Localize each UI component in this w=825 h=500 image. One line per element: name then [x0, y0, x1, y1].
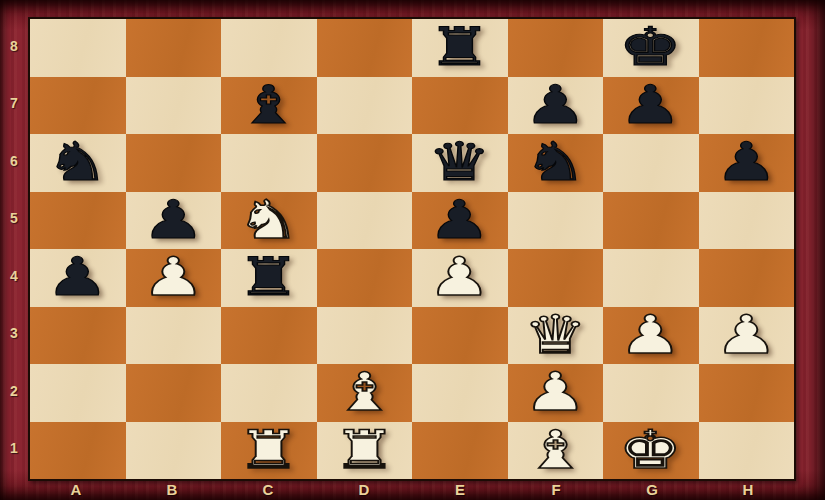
- square-c1[interactable]: ♜: [221, 422, 317, 480]
- white-pawn-piece[interactable]: ♟: [141, 248, 205, 308]
- square-e4[interactable]: ♟: [412, 249, 508, 307]
- square-h3[interactable]: ♟: [699, 307, 795, 365]
- square-b6[interactable]: [126, 134, 222, 192]
- square-h5[interactable]: [699, 192, 795, 250]
- square-f3[interactable]: ♛: [508, 307, 604, 365]
- rank-label-8: 8: [0, 17, 28, 75]
- square-h7[interactable]: [699, 77, 795, 135]
- white-pawn-piece[interactable]: ♟: [619, 305, 683, 365]
- black-pawn-piece[interactable]: ♟: [141, 190, 205, 250]
- square-b2[interactable]: [126, 364, 222, 422]
- square-h1[interactable]: [699, 422, 795, 480]
- white-pawn-piece[interactable]: ♟: [428, 248, 492, 308]
- square-a8[interactable]: [30, 19, 126, 77]
- white-pawn-piece[interactable]: ♟: [523, 363, 587, 423]
- black-pawn-piece[interactable]: ♟: [428, 190, 492, 250]
- white-rook-piece[interactable]: ♜: [332, 420, 396, 480]
- square-c8[interactable]: [221, 19, 317, 77]
- file-label-g: G: [604, 479, 700, 500]
- black-pawn-piece[interactable]: ♟: [714, 133, 778, 193]
- square-e7[interactable]: [412, 77, 508, 135]
- square-h8[interactable]: [699, 19, 795, 77]
- rank-label-7: 7: [0, 75, 28, 133]
- white-bishop-piece[interactable]: ♝: [523, 420, 587, 480]
- square-d6[interactable]: [317, 134, 413, 192]
- square-e3[interactable]: [412, 307, 508, 365]
- square-g6[interactable]: [603, 134, 699, 192]
- file-label-c: C: [220, 479, 316, 500]
- square-c6[interactable]: [221, 134, 317, 192]
- rank-label-4: 4: [0, 247, 28, 305]
- square-e2[interactable]: [412, 364, 508, 422]
- rank-label-2: 2: [0, 362, 28, 420]
- square-f6[interactable]: ♞: [508, 134, 604, 192]
- white-pawn-piece[interactable]: ♟: [714, 305, 778, 365]
- square-c3[interactable]: [221, 307, 317, 365]
- square-h2[interactable]: [699, 364, 795, 422]
- square-b5[interactable]: ♟: [126, 192, 222, 250]
- square-c5[interactable]: ♞: [221, 192, 317, 250]
- square-b4[interactable]: ♟: [126, 249, 222, 307]
- square-d2[interactable]: ♝: [317, 364, 413, 422]
- white-queen-piece[interactable]: ♛: [523, 305, 587, 365]
- black-pawn-piece[interactable]: ♟: [523, 75, 587, 135]
- square-f5[interactable]: [508, 192, 604, 250]
- black-rook-piece[interactable]: ♜: [428, 18, 492, 78]
- black-queen-piece[interactable]: ♛: [428, 133, 492, 193]
- square-d3[interactable]: [317, 307, 413, 365]
- white-knight-piece[interactable]: ♞: [237, 190, 301, 250]
- square-b8[interactable]: [126, 19, 222, 77]
- square-d8[interactable]: [317, 19, 413, 77]
- rank-label-1: 1: [0, 420, 28, 478]
- black-king-piece[interactable]: ♚: [619, 18, 683, 78]
- square-a7[interactable]: [30, 77, 126, 135]
- square-b3[interactable]: [126, 307, 222, 365]
- square-a4[interactable]: ♟: [30, 249, 126, 307]
- square-a6[interactable]: ♞: [30, 134, 126, 192]
- square-f2[interactable]: ♟: [508, 364, 604, 422]
- black-bishop-piece[interactable]: ♝: [237, 75, 301, 135]
- square-d1[interactable]: ♜: [317, 422, 413, 480]
- black-rook-piece[interactable]: ♜: [237, 248, 301, 308]
- square-f4[interactable]: [508, 249, 604, 307]
- square-g1[interactable]: ♚: [603, 422, 699, 480]
- square-f7[interactable]: ♟: [508, 77, 604, 135]
- file-label-b: B: [124, 479, 220, 500]
- square-a1[interactable]: [30, 422, 126, 480]
- square-c7[interactable]: ♝: [221, 77, 317, 135]
- file-label-f: F: [508, 479, 604, 500]
- square-e5[interactable]: ♟: [412, 192, 508, 250]
- square-f8[interactable]: [508, 19, 604, 77]
- chessboard-frame: 87654321 ♜♚♝♟♟♞♛♞♟♟♞♟♟♟♜♟♛♟♟♝♟♜♜♝♚ ABCDE…: [0, 0, 825, 500]
- file-label-a: A: [28, 479, 124, 500]
- square-e8[interactable]: ♜: [412, 19, 508, 77]
- square-c2[interactable]: [221, 364, 317, 422]
- square-g2[interactable]: [603, 364, 699, 422]
- square-b7[interactable]: [126, 77, 222, 135]
- black-knight-piece[interactable]: ♞: [46, 133, 110, 193]
- black-pawn-piece[interactable]: ♟: [619, 75, 683, 135]
- file-labels: ABCDEFGH: [28, 479, 796, 500]
- square-e6[interactable]: ♛: [412, 134, 508, 192]
- rank-label-3: 3: [0, 305, 28, 363]
- square-a5[interactable]: [30, 192, 126, 250]
- black-knight-piece[interactable]: ♞: [523, 133, 587, 193]
- square-d7[interactable]: [317, 77, 413, 135]
- file-label-e: E: [412, 479, 508, 500]
- white-rook-piece[interactable]: ♜: [237, 420, 301, 480]
- square-b1[interactable]: [126, 422, 222, 480]
- square-a3[interactable]: [30, 307, 126, 365]
- square-h6[interactable]: ♟: [699, 134, 795, 192]
- square-g3[interactable]: ♟: [603, 307, 699, 365]
- file-label-d: D: [316, 479, 412, 500]
- square-g5[interactable]: [603, 192, 699, 250]
- square-d5[interactable]: [317, 192, 413, 250]
- rank-labels: 87654321: [0, 17, 28, 477]
- white-bishop-piece[interactable]: ♝: [332, 363, 396, 423]
- square-e1[interactable]: [412, 422, 508, 480]
- black-pawn-piece[interactable]: ♟: [46, 248, 110, 308]
- square-d4[interactable]: [317, 249, 413, 307]
- square-g4[interactable]: [603, 249, 699, 307]
- square-g8[interactable]: ♚: [603, 19, 699, 77]
- rank-label-5: 5: [0, 190, 28, 248]
- square-h4[interactable]: [699, 249, 795, 307]
- square-c4[interactable]: ♜: [221, 249, 317, 307]
- square-g7[interactable]: ♟: [603, 77, 699, 135]
- rank-label-6: 6: [0, 132, 28, 190]
- square-f1[interactable]: ♝: [508, 422, 604, 480]
- board: ♜♚♝♟♟♞♛♞♟♟♞♟♟♟♜♟♛♟♟♝♟♜♜♝♚: [28, 17, 796, 481]
- square-a2[interactable]: [30, 364, 126, 422]
- file-label-h: H: [700, 479, 796, 500]
- white-king-piece[interactable]: ♚: [619, 420, 683, 480]
